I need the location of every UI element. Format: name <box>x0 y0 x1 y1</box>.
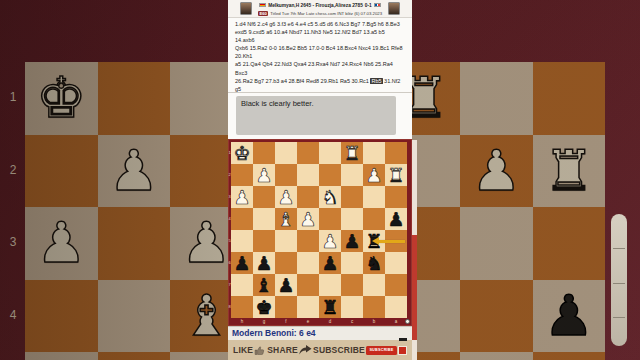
square-f6 <box>275 252 297 274</box>
square-b6: ♞ <box>363 252 385 274</box>
square-a3 <box>385 186 407 208</box>
square-g1 <box>253 142 275 164</box>
square-c2 <box>341 164 363 186</box>
square-b5: ♜ <box>460 352 533 360</box>
square-g7: ♝ <box>253 274 275 296</box>
piece-white-p-g2: ♟ <box>255 166 272 185</box>
piece-black-p-c5: ♟ <box>343 232 360 251</box>
background-scrollbar[interactable] <box>611 214 627 346</box>
piece-black-p-f7: ♟ <box>277 276 294 295</box>
piece-white-p-b2: ♟ <box>365 166 382 185</box>
diagram-frame: ♚♜♟♟♜♟♟♞♝♟♟♟♟♜♟♟♟♞♝♟♚♜ hgfedcba 12345678 <box>228 139 412 326</box>
piece-white-p-e4: ♟ <box>299 210 316 229</box>
piece-white-p-f3: ♟ <box>277 188 294 207</box>
square-b1 <box>363 142 385 164</box>
square-g1 <box>98 62 171 135</box>
armenia-flag-icon <box>259 3 266 7</box>
square-h4 <box>25 280 98 353</box>
piece-black-p-g6: ♟ <box>255 254 272 273</box>
square-a8 <box>385 296 407 318</box>
square-b2: ♟ <box>363 164 385 186</box>
piece-white-p-h3: ♟ <box>36 215 86 271</box>
piece-black-p-a4: ♟ <box>387 210 404 229</box>
square-g4 <box>253 208 275 230</box>
square-a6 <box>385 252 407 274</box>
piece-white-n-d3: ♞ <box>321 188 338 207</box>
square-d5: ♟ <box>319 230 341 252</box>
square-h5 <box>25 352 98 360</box>
move-line: exd5 9.cxd5 a6 10.a4 Nbd7 11.Nh3 Ne5 12.… <box>235 28 405 44</box>
evaluation-section: Black is clearly better. <box>228 92 412 139</box>
square-g6: ♟ <box>253 252 275 274</box>
square-a2: ♜ <box>385 164 407 186</box>
square-b1 <box>460 62 533 135</box>
piece-black-n-b6: ♞ <box>365 254 382 273</box>
square-c4 <box>341 208 363 230</box>
square-d8: ♜ <box>319 296 341 318</box>
square-g2: ♟ <box>98 135 171 208</box>
square-g4 <box>98 280 171 353</box>
piece-black-r-d8: ♜ <box>321 298 338 317</box>
share-arrow-icon[interactable] <box>299 345 312 355</box>
piece-white-p-h3: ♟ <box>233 188 250 207</box>
result-text: 0-1 <box>365 3 372 8</box>
square-g3 <box>98 207 171 280</box>
square-h1: ♚ <box>25 62 98 135</box>
square-b7 <box>363 274 385 296</box>
square-h3: ♟ <box>231 186 253 208</box>
move-line: Qxb6 15.Ra2 0-0 16.Be2 Bb5 17.0-0 Bc4 18… <box>235 44 405 60</box>
square-c5: ♟ <box>341 230 363 252</box>
square-a4: ♟ <box>385 208 407 230</box>
thumbs-up-icon[interactable] <box>254 345 266 356</box>
square-h3: ♟ <box>25 207 98 280</box>
piece-white-b-f4: ♝ <box>181 288 231 344</box>
event-line: E60 Titled Tue 7th Mar Late chess.com IN… <box>254 11 386 16</box>
piece-white-r-a2: ♜ <box>544 143 594 199</box>
square-e7 <box>297 274 319 296</box>
square-a7 <box>385 274 407 296</box>
square-h2 <box>231 164 253 186</box>
square-e8 <box>297 296 319 318</box>
piece-white-k-h1: ♚ <box>36 70 86 126</box>
square-c1: ♜ <box>341 142 363 164</box>
move-line: 1.d4 Nf6 2.c4 g6 3.f3 e6 4.e4 c5 5.d5 d6… <box>235 20 405 28</box>
video-frame: ♚♜♟♟♜♟♟♞♝♟♟♟♟♜♟♟♟♞♝♟♚♜ 1234 Melkumyan,H … <box>0 0 640 360</box>
piece-white-p-b2: ♟ <box>471 143 521 199</box>
square-h6: ♟ <box>231 252 253 274</box>
subscribe-button[interactable]: SUBSCRIBE <box>366 346 397 355</box>
piece-black-p-h6: ♟ <box>233 254 250 273</box>
square-c8 <box>341 296 363 318</box>
piece-white-r-a2: ♜ <box>387 166 404 185</box>
square-e6 <box>297 252 319 274</box>
square-e5 <box>297 230 319 252</box>
piece-white-k-h1: ♚ <box>233 144 250 163</box>
square-g5 <box>253 230 275 252</box>
square-g8: ♚ <box>253 296 275 318</box>
square-d2 <box>319 164 341 186</box>
square-f3: ♟ <box>275 186 297 208</box>
piece-white-p-f3: ♟ <box>181 215 231 271</box>
square-a3 <box>533 207 606 280</box>
diagram-chessboard[interactable]: ♚♜♟♟♜♟♟♞♝♟♟♟♟♜♟♟♟♞♝♟♚♜ <box>231 142 407 318</box>
panel-scrollbar-thumb[interactable] <box>412 235 417 340</box>
piece-white-p-g2: ♟ <box>109 143 159 199</box>
piece-white-b-f4: ♝ <box>277 210 294 229</box>
square-g3 <box>253 186 275 208</box>
file-labels: hgfedcba <box>231 318 407 325</box>
square-d7 <box>319 274 341 296</box>
piece-white-p-d5: ♟ <box>321 232 338 251</box>
piece-black-p-a4: ♟ <box>544 288 594 344</box>
france-flag-icon <box>374 3 381 7</box>
square-f1 <box>275 142 297 164</box>
white-to-move-indicator <box>405 319 410 324</box>
square-d3: ♞ <box>319 186 341 208</box>
square-d4 <box>319 208 341 230</box>
action-bar: LIKE SHARE SUBSCRIBE SUBSCRIBE <box>228 340 412 360</box>
square-h5 <box>231 230 253 252</box>
current-move[interactable]: Rb5 <box>370 78 382 84</box>
share-button[interactable]: SHARE <box>267 345 298 355</box>
square-f7: ♟ <box>275 274 297 296</box>
subscribe-label[interactable]: SUBSCRIBE <box>313 345 365 355</box>
square-f2 <box>275 164 297 186</box>
square-b3 <box>363 186 385 208</box>
square-e2 <box>297 164 319 186</box>
last-move-arrow <box>379 240 405 243</box>
piece-black-b-g7: ♝ <box>255 276 272 295</box>
square-b4 <box>460 280 533 353</box>
square-b2: ♟ <box>460 135 533 208</box>
square-f5 <box>275 230 297 252</box>
piece-black-p-d6: ♟ <box>321 254 338 273</box>
game-header: Melkumyan,H 2645 - Firouzja,Alireza 2785… <box>228 0 412 18</box>
youtube-red-icon[interactable] <box>398 346 407 355</box>
move-list[interactable]: 1.d4 Nf6 2.c4 g6 3.f3 e6 4.e4 c5 5.d5 d6… <box>228 18 412 92</box>
square-c3 <box>341 186 363 208</box>
square-g5 <box>98 352 171 360</box>
square-c6 <box>341 252 363 274</box>
piece-white-r-c1: ♜ <box>343 144 360 163</box>
piece-black-k-g8: ♚ <box>255 298 272 317</box>
square-h7 <box>231 274 253 296</box>
square-g2: ♟ <box>253 164 275 186</box>
square-b3 <box>460 207 533 280</box>
square-h8 <box>231 296 253 318</box>
square-c7 <box>341 274 363 296</box>
square-e4: ♟ <box>297 208 319 230</box>
square-d6: ♟ <box>319 252 341 274</box>
eco-code-badge: E60 <box>258 11 268 16</box>
opening-caption: Modern Benoni: 6 e4 <box>228 326 412 340</box>
corner-notch <box>399 338 407 341</box>
panel-scrollbar[interactable] <box>412 140 417 360</box>
analysis-panel: Melkumyan,H 2645 - Firouzja,Alireza 2785… <box>228 0 412 360</box>
black-player-photo <box>388 2 400 15</box>
square-a1 <box>533 62 606 135</box>
square-a4: ♟ <box>533 280 606 353</box>
square-e3 <box>297 186 319 208</box>
event-text: Titled Tue 7th Mar Late chess.com INT bl… <box>270 11 382 16</box>
players-text: Melkumyan,H 2645 - Firouzja,Alireza 2785 <box>268 3 363 8</box>
square-h1: ♚ <box>231 142 253 164</box>
white-player-photo <box>240 2 252 15</box>
move-line: a5 21.Qa4 Qb4 22.Nd3 Qxa4 23.Rxa4 Nd7 24… <box>235 60 405 76</box>
square-h2 <box>25 135 98 208</box>
square-d1 <box>319 142 341 164</box>
square-a5 <box>533 352 606 360</box>
square-a2: ♜ <box>533 135 606 208</box>
evaluation-text: Black is clearly better. <box>236 96 396 135</box>
square-a1 <box>385 142 407 164</box>
like-button[interactable]: LIKE <box>233 345 253 355</box>
square-h4 <box>231 208 253 230</box>
square-f8 <box>275 296 297 318</box>
square-f4: ♝ <box>275 208 297 230</box>
last-move-arrow-head <box>372 237 379 245</box>
players-line: Melkumyan,H 2645 - Firouzja,Alireza 2785… <box>254 3 386 8</box>
square-b8 <box>363 296 385 318</box>
square-b4 <box>363 208 385 230</box>
square-e1 <box>297 142 319 164</box>
move-line: 26.Ra2 Bg7 27.b3 a4 28.Bf4 Red8 29.Rb1 R… <box>235 77 405 93</box>
